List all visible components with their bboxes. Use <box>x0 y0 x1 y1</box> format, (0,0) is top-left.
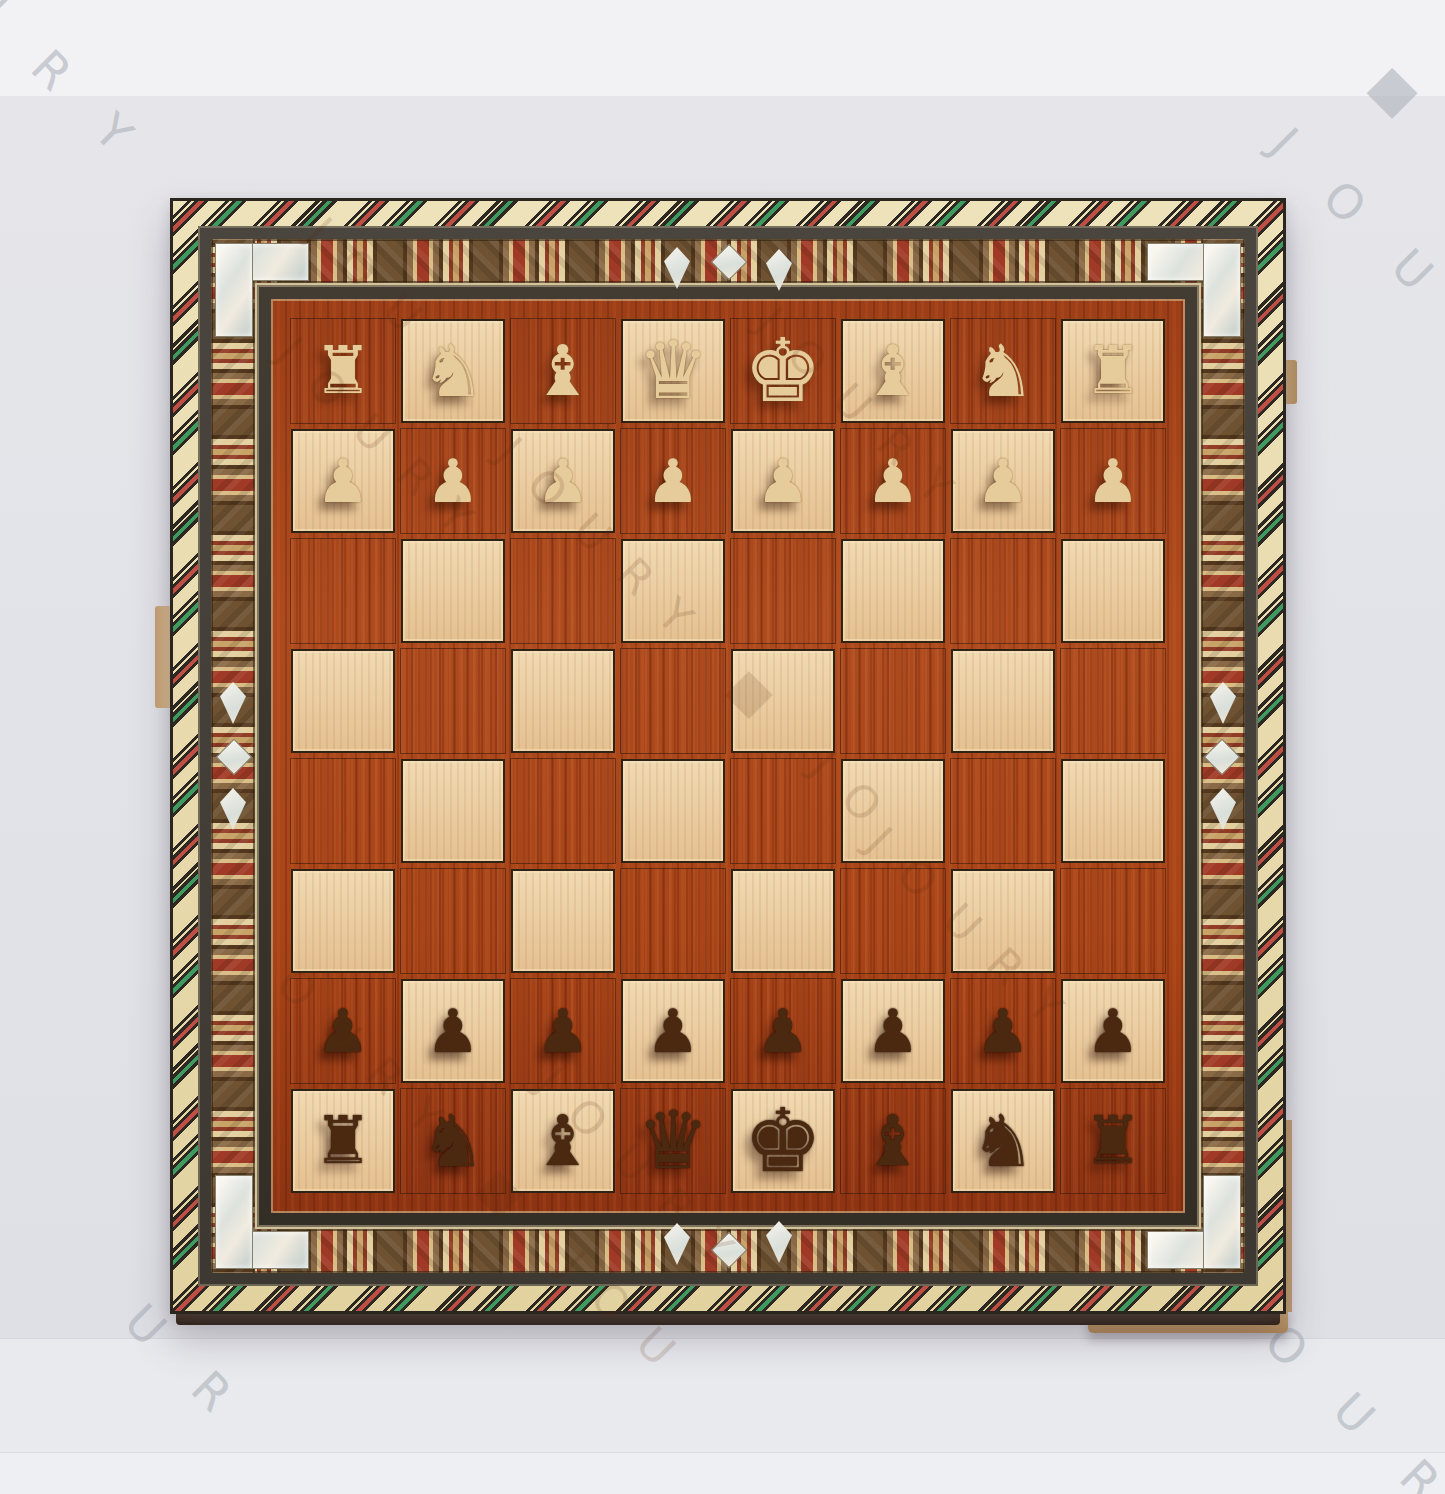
fold-seam-right <box>1286 1120 1292 1312</box>
square-h6[interactable] <box>1058 866 1168 976</box>
square-c1[interactable]: ♝ <box>508 316 618 426</box>
photo-stage: { "game": { "name": "chess", "descriptio… <box>0 0 1445 1494</box>
square-c5[interactable] <box>508 756 618 866</box>
black-pawn[interactable]: ♟ <box>1058 976 1168 1086</box>
square-d2[interactable]: ♟ <box>618 426 728 536</box>
square-f4[interactable] <box>838 646 948 756</box>
square-b1[interactable]: ♞ <box>398 316 508 426</box>
square-g7[interactable]: ♟ <box>948 976 1058 1086</box>
square-f1[interactable]: ♝ <box>838 316 948 426</box>
square-e4[interactable] <box>728 646 838 756</box>
white-pawn[interactable]: ♟ <box>1058 426 1168 536</box>
black-bishop[interactable]: ♝ <box>838 1086 948 1196</box>
square-d1[interactable]: ♛ <box>618 316 728 426</box>
square-c4[interactable] <box>508 646 618 756</box>
square-d5[interactable] <box>618 756 728 866</box>
backdrop-lower <box>0 1338 1445 1453</box>
black-knight[interactable]: ♞ <box>948 1086 1058 1196</box>
square-a6[interactable] <box>288 866 398 976</box>
square-e2[interactable]: ♟ <box>728 426 838 536</box>
square-h5[interactable] <box>1058 756 1168 866</box>
square-f3[interactable] <box>838 536 948 646</box>
square-g6[interactable] <box>948 866 1058 976</box>
black-pawn[interactable]: ♟ <box>948 976 1058 1086</box>
square-b4[interactable] <box>398 646 508 756</box>
square-a7[interactable]: ♟ <box>288 976 398 1086</box>
square-c7[interactable]: ♟ <box>508 976 618 1086</box>
white-knight[interactable]: ♞ <box>948 316 1058 426</box>
hinge-notch-left <box>155 606 171 708</box>
square-h2[interactable]: ♟ <box>1058 426 1168 536</box>
square-h4[interactable] <box>1058 646 1168 756</box>
white-bishop[interactable]: ♝ <box>838 316 948 426</box>
mother-of-pearl-inlay <box>1203 1175 1241 1269</box>
white-queen[interactable]: ♛ <box>618 316 728 426</box>
square-a4[interactable] <box>288 646 398 756</box>
square-e1[interactable]: ♚ <box>728 316 838 426</box>
white-pawn[interactable]: ♟ <box>398 426 508 536</box>
mother-of-pearl-inlay <box>215 1175 253 1269</box>
white-pawn[interactable]: ♟ <box>618 426 728 536</box>
backdrop-top <box>0 0 1445 97</box>
white-pawn[interactable]: ♟ <box>838 426 948 536</box>
square-d4[interactable] <box>618 646 728 756</box>
chess-board: ♜♞♝♛♚♝♞♜♟♟♟♟♟♟♟♟♟♟♟♟♟♟♟♟♜♞♝♛♚♝♞♜ <box>170 198 1286 1314</box>
square-h1[interactable]: ♜ <box>1058 316 1168 426</box>
square-e7[interactable]: ♟ <box>728 976 838 1086</box>
square-b2[interactable]: ♟ <box>398 426 508 536</box>
square-d3[interactable] <box>618 536 728 646</box>
square-d8[interactable]: ♛ <box>618 1086 728 1196</box>
white-rook[interactable]: ♜ <box>288 316 398 426</box>
backdrop-foot <box>0 1452 1445 1494</box>
square-g3[interactable] <box>948 536 1058 646</box>
frame-dark-inner: ♜♞♝♛♚♝♞♜♟♟♟♟♟♟♟♟♟♟♟♟♟♟♟♟♜♞♝♛♚♝♞♜ <box>255 283 1201 1229</box>
square-b5[interactable] <box>398 756 508 866</box>
white-pawn[interactable]: ♟ <box>728 426 838 536</box>
square-b8[interactable]: ♞ <box>398 1086 508 1196</box>
black-king[interactable]: ♚ <box>728 1086 838 1196</box>
black-rook[interactable]: ♜ <box>288 1086 398 1196</box>
black-pawn[interactable]: ♟ <box>838 976 948 1086</box>
square-c8[interactable]: ♝ <box>508 1086 618 1196</box>
mother-of-pearl-inlay <box>1203 243 1241 337</box>
board-grid: ♜♞♝♛♚♝♞♜♟♟♟♟♟♟♟♟♟♟♟♟♟♟♟♟♜♞♝♛♚♝♞♜ <box>288 316 1168 1196</box>
square-g1[interactable]: ♞ <box>948 316 1058 426</box>
square-b6[interactable] <box>398 866 508 976</box>
square-f7[interactable]: ♟ <box>838 976 948 1086</box>
square-c6[interactable] <box>508 866 618 976</box>
black-pawn[interactable]: ♟ <box>508 976 618 1086</box>
square-a2[interactable]: ♟ <box>288 426 398 536</box>
square-f6[interactable] <box>838 866 948 976</box>
square-a1[interactable]: ♜ <box>288 316 398 426</box>
black-pawn[interactable]: ♟ <box>398 976 508 1086</box>
square-g4[interactable] <box>948 646 1058 756</box>
square-e3[interactable] <box>728 536 838 646</box>
black-queen[interactable]: ♛ <box>618 1086 728 1196</box>
square-a5[interactable] <box>288 756 398 866</box>
square-e6[interactable] <box>728 866 838 976</box>
black-bishop[interactable]: ♝ <box>508 1086 618 1196</box>
black-rook[interactable]: ♜ <box>1058 1086 1168 1196</box>
playing-field: ♜♞♝♛♚♝♞♜♟♟♟♟♟♟♟♟♟♟♟♟♟♟♟♟♜♞♝♛♚♝♞♜ <box>271 299 1185 1213</box>
square-f8[interactable]: ♝ <box>838 1086 948 1196</box>
white-pawn[interactable]: ♟ <box>948 426 1058 536</box>
white-knight[interactable]: ♞ <box>398 316 508 426</box>
square-g8[interactable]: ♞ <box>948 1086 1058 1196</box>
square-h7[interactable]: ♟ <box>1058 976 1168 1086</box>
white-pawn[interactable]: ♟ <box>508 426 618 536</box>
frame-dark-outer: ♜♞♝♛♚♝♞♜♟♟♟♟♟♟♟♟♟♟♟♟♟♟♟♟♜♞♝♛♚♝♞♜ <box>198 226 1258 1286</box>
square-e5[interactable] <box>728 756 838 866</box>
square-a3[interactable] <box>288 536 398 646</box>
square-f2[interactable]: ♟ <box>838 426 948 536</box>
black-pawn[interactable]: ♟ <box>728 976 838 1086</box>
square-g2[interactable]: ♟ <box>948 426 1058 536</box>
square-a8[interactable]: ♜ <box>288 1086 398 1196</box>
mosaic-inlay-border: ♜♞♝♛♚♝♞♜♟♟♟♟♟♟♟♟♟♟♟♟♟♟♟♟♜♞♝♛♚♝♞♜ <box>211 239 1245 1273</box>
square-b7[interactable]: ♟ <box>398 976 508 1086</box>
square-c2[interactable]: ♟ <box>508 426 618 536</box>
square-f5[interactable] <box>838 756 948 866</box>
square-d6[interactable] <box>618 866 728 976</box>
black-knight[interactable]: ♞ <box>398 1086 508 1196</box>
square-c3[interactable] <box>508 536 618 646</box>
square-b3[interactable] <box>398 536 508 646</box>
square-h8[interactable]: ♜ <box>1058 1086 1168 1196</box>
square-h3[interactable] <box>1058 536 1168 646</box>
white-king[interactable]: ♚ <box>728 316 838 426</box>
white-rook[interactable]: ♜ <box>1058 316 1168 426</box>
square-e8[interactable]: ♚ <box>728 1086 838 1196</box>
black-pawn[interactable]: ♟ <box>618 976 728 1086</box>
square-d7[interactable]: ♟ <box>618 976 728 1086</box>
mother-of-pearl-inlay <box>215 243 253 337</box>
square-g5[interactable] <box>948 756 1058 866</box>
white-bishop[interactable]: ♝ <box>508 316 618 426</box>
black-pawn[interactable]: ♟ <box>288 976 398 1086</box>
white-pawn[interactable]: ♟ <box>288 426 398 536</box>
